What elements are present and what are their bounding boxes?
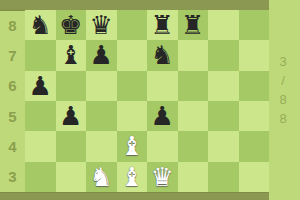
progress-counter-char: 8 bbox=[279, 109, 286, 128]
square-c5[interactable] bbox=[86, 101, 117, 131]
square-f4[interactable] bbox=[178, 131, 209, 161]
chess-app-screen: 876543 ♞♚♛♜♜♝♟♞♟♟♟♝♞♝♛ 3/88 bbox=[0, 0, 300, 200]
progress-counter: 3/88 bbox=[269, 52, 297, 128]
progress-counter-char: / bbox=[281, 71, 285, 90]
square-d4[interactable]: ♝ bbox=[117, 131, 148, 161]
square-a6[interactable]: ♟ bbox=[25, 71, 56, 101]
square-b4[interactable] bbox=[56, 131, 87, 161]
square-c4[interactable] bbox=[86, 131, 117, 161]
square-c6[interactable] bbox=[86, 71, 117, 101]
square-d7[interactable] bbox=[117, 40, 148, 70]
square-a7[interactable] bbox=[25, 40, 56, 70]
square-e3[interactable]: ♛ bbox=[147, 162, 178, 192]
black-knight: ♞ bbox=[151, 40, 174, 70]
square-d5[interactable] bbox=[117, 101, 148, 131]
square-g5[interactable] bbox=[208, 101, 239, 131]
square-d8[interactable] bbox=[117, 10, 148, 40]
square-b3[interactable] bbox=[56, 162, 87, 192]
square-e8[interactable]: ♜ bbox=[147, 10, 178, 40]
progress-counter-char: 3 bbox=[279, 52, 286, 71]
black-queen: ♛ bbox=[90, 10, 113, 40]
rank-label-3: 3 bbox=[0, 162, 25, 192]
square-g3[interactable] bbox=[208, 162, 239, 192]
square-g8[interactable] bbox=[208, 10, 239, 40]
black-pawn: ♟ bbox=[151, 101, 174, 131]
square-c7[interactable]: ♟ bbox=[86, 40, 117, 70]
square-f5[interactable] bbox=[178, 101, 209, 131]
white-bishop: ♝ bbox=[120, 162, 143, 192]
square-a8[interactable]: ♞ bbox=[25, 10, 56, 40]
square-b8[interactable]: ♚ bbox=[56, 10, 87, 40]
square-e4[interactable] bbox=[147, 131, 178, 161]
square-f7[interactable] bbox=[178, 40, 209, 70]
black-rook: ♜ bbox=[151, 10, 174, 40]
white-bishop: ♝ bbox=[120, 131, 143, 161]
square-d6[interactable] bbox=[117, 71, 148, 101]
black-pawn: ♟ bbox=[90, 40, 113, 70]
square-h3[interactable] bbox=[239, 162, 270, 192]
rank-label-7: 7 bbox=[0, 40, 25, 70]
square-e5[interactable]: ♟ bbox=[147, 101, 178, 131]
square-b7[interactable]: ♝ bbox=[56, 40, 87, 70]
rank-label-6: 6 bbox=[0, 71, 25, 101]
square-a3[interactable] bbox=[25, 162, 56, 192]
progress-counter-char: 8 bbox=[279, 90, 286, 109]
white-knight: ♞ bbox=[90, 162, 113, 192]
square-g7[interactable] bbox=[208, 40, 239, 70]
rank-label-4: 4 bbox=[0, 131, 25, 161]
square-c8[interactable]: ♛ bbox=[86, 10, 117, 40]
rank-label-8: 8 bbox=[0, 10, 25, 40]
square-f8[interactable]: ♜ bbox=[178, 10, 209, 40]
square-b5[interactable]: ♟ bbox=[56, 101, 87, 131]
board-bottom-border bbox=[0, 192, 269, 200]
black-bishop: ♝ bbox=[59, 40, 82, 70]
square-h7[interactable] bbox=[239, 40, 270, 70]
square-h6[interactable] bbox=[239, 71, 270, 101]
black-pawn: ♟ bbox=[29, 71, 52, 101]
square-a4[interactable] bbox=[25, 131, 56, 161]
black-king: ♚ bbox=[59, 10, 82, 40]
square-h4[interactable] bbox=[239, 131, 270, 161]
square-e6[interactable] bbox=[147, 71, 178, 101]
square-f6[interactable] bbox=[178, 71, 209, 101]
square-a5[interactable] bbox=[25, 101, 56, 131]
square-c3[interactable]: ♞ bbox=[86, 162, 117, 192]
square-g6[interactable] bbox=[208, 71, 239, 101]
square-h5[interactable] bbox=[239, 101, 270, 131]
right-margin: 3/88 bbox=[269, 0, 300, 200]
white-queen: ♛ bbox=[151, 162, 174, 192]
rank-coordinates: 876543 bbox=[0, 10, 25, 192]
square-f3[interactable] bbox=[178, 162, 209, 192]
chess-board: ♞♚♛♜♜♝♟♞♟♟♟♝♞♝♛ bbox=[25, 10, 269, 192]
rank-label-5: 5 bbox=[0, 101, 25, 131]
black-knight: ♞ bbox=[29, 10, 52, 40]
square-g4[interactable] bbox=[208, 131, 239, 161]
square-b6[interactable] bbox=[56, 71, 87, 101]
square-d3[interactable]: ♝ bbox=[117, 162, 148, 192]
square-h8[interactable] bbox=[239, 10, 270, 40]
square-e7[interactable]: ♞ bbox=[147, 40, 178, 70]
black-pawn: ♟ bbox=[59, 101, 82, 131]
black-rook: ♜ bbox=[181, 10, 204, 40]
